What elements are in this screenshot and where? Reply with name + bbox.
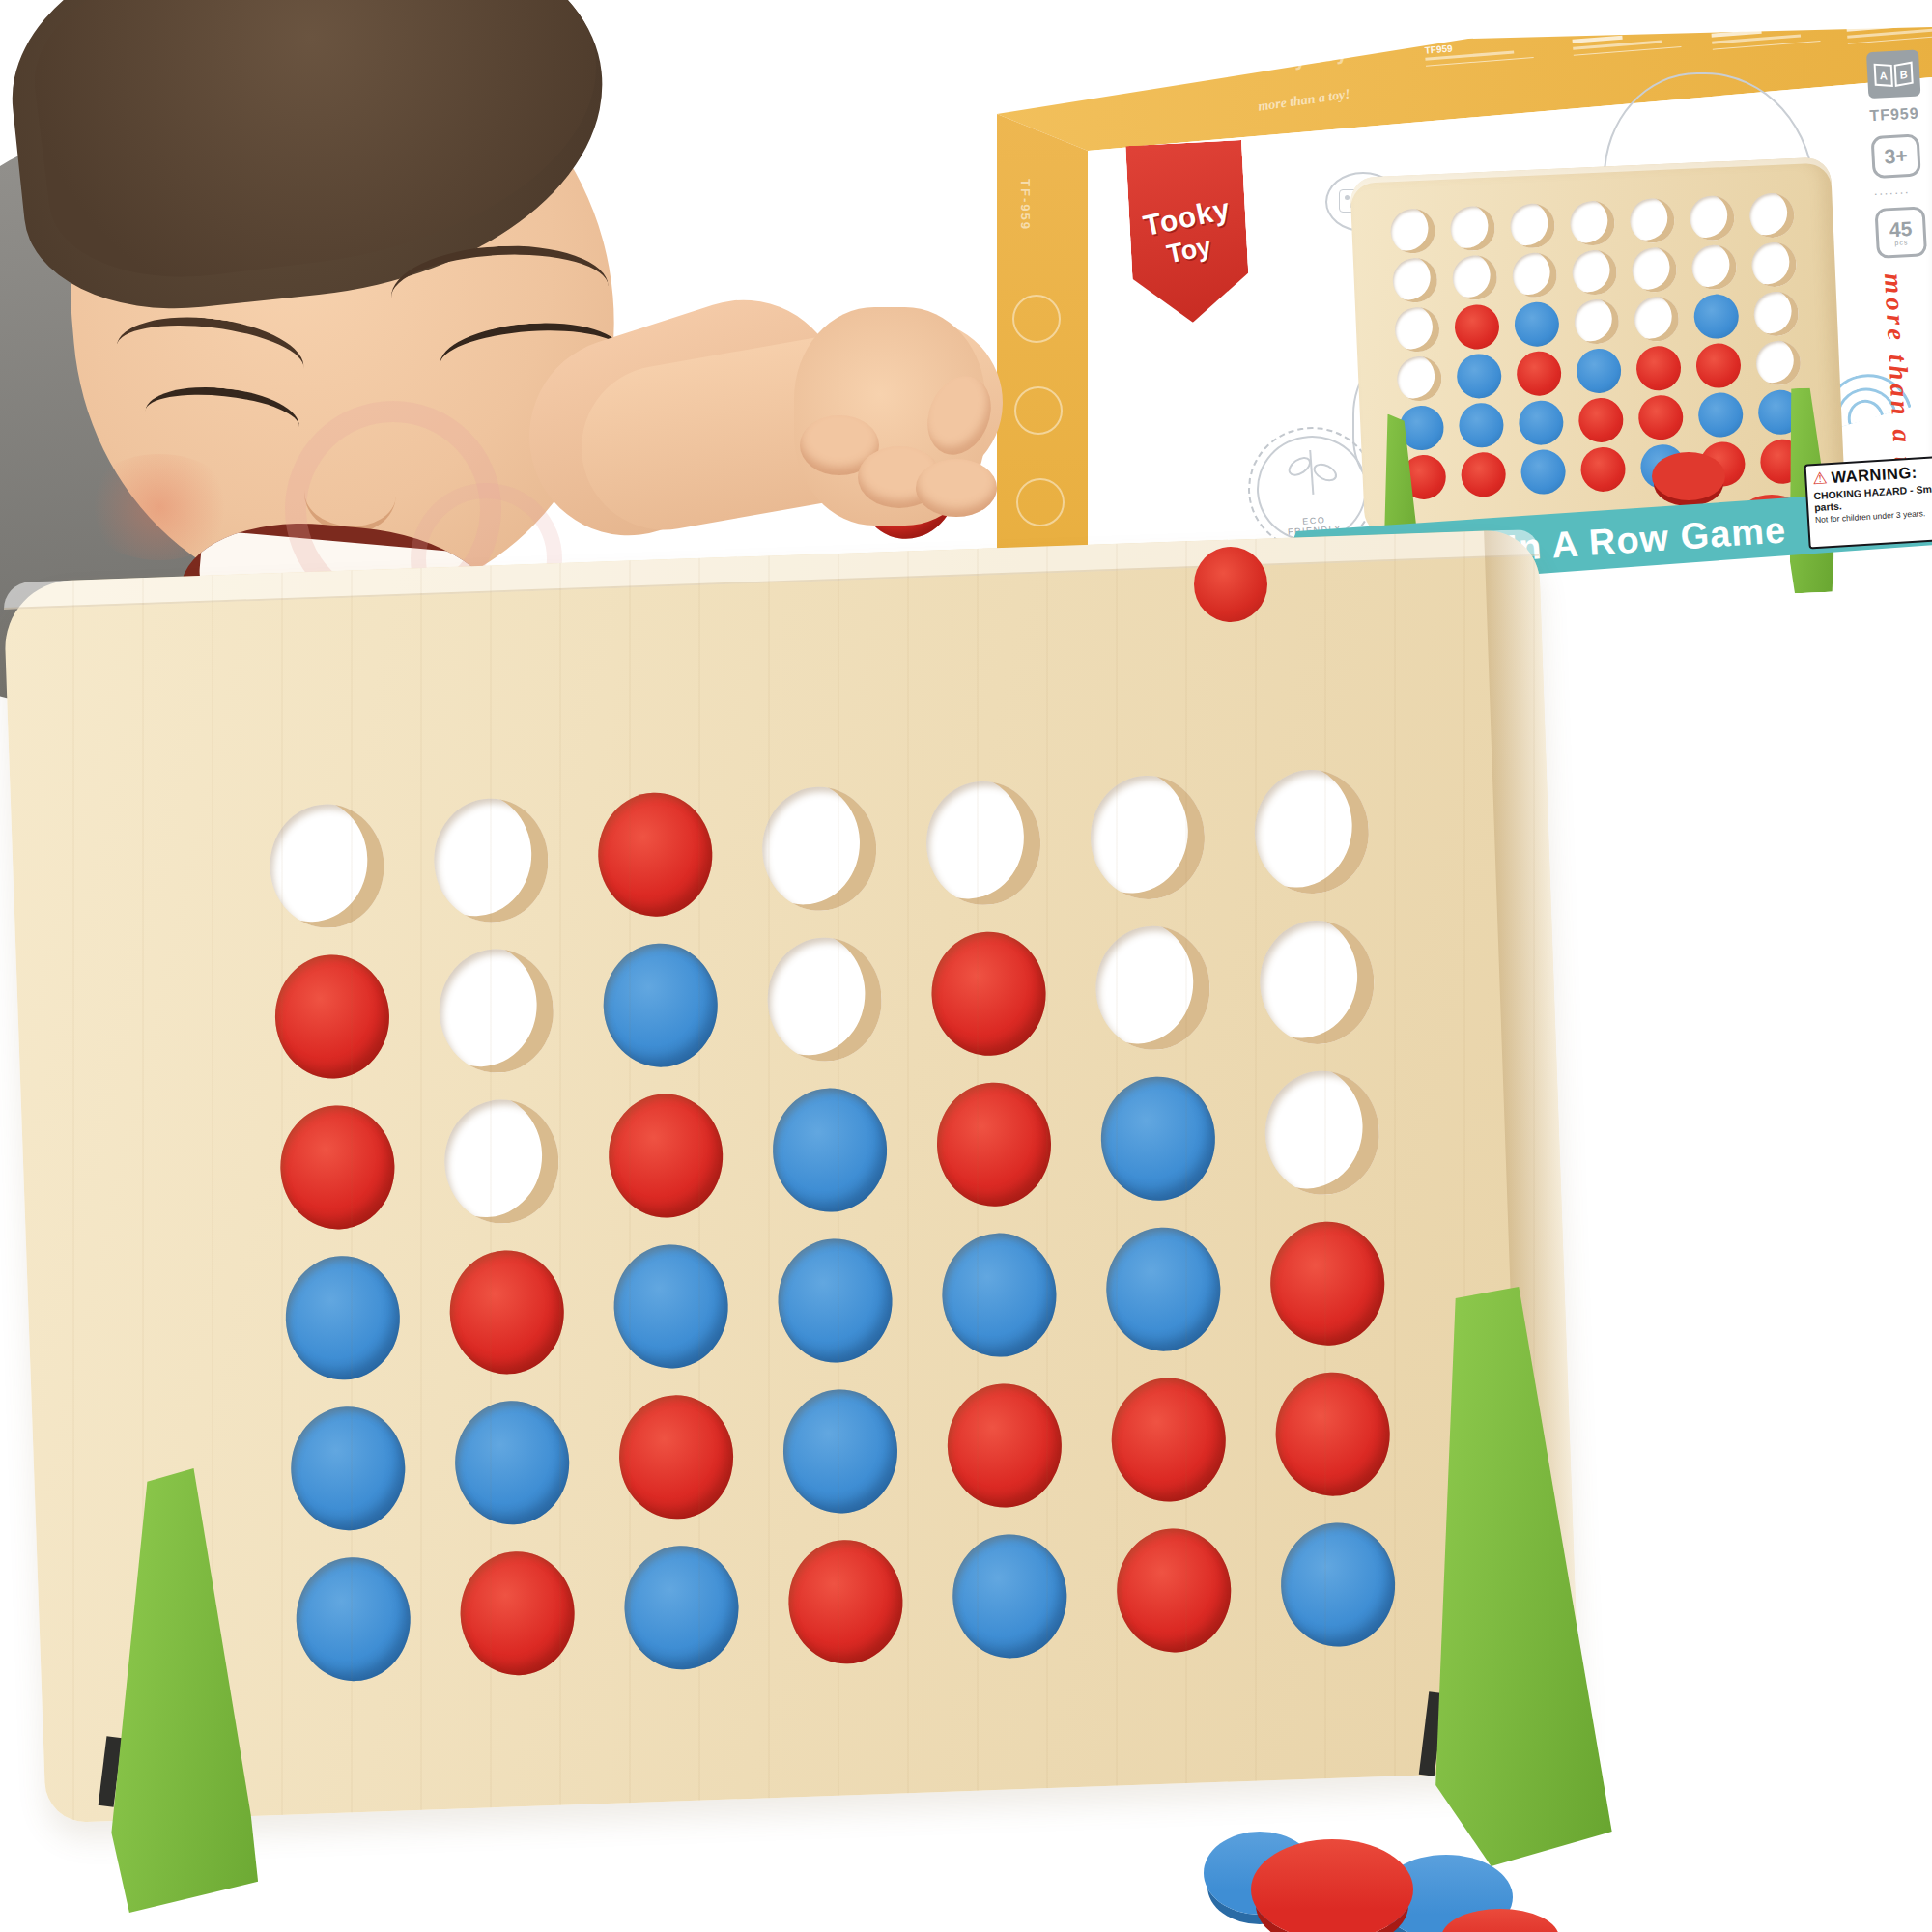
child-knuckle <box>916 459 997 517</box>
board-hole-r1c7-empty <box>1253 768 1371 895</box>
board-hole-r5c1-blue <box>289 1405 407 1532</box>
box-board-hole-r2c2-empty <box>1452 254 1498 300</box>
box-board-hole-r4c3-red <box>1516 350 1562 396</box>
board-cell-r4c5 <box>915 1217 1084 1374</box>
board-cell-r1c7 <box>1227 753 1396 910</box>
pieces-count: 45 <box>1889 219 1912 240</box>
box-board-hole-r4c2-blue <box>1456 353 1502 399</box>
box-board-hole-r1c6-empty <box>1689 194 1735 241</box>
box-board-hole-r3c2-red <box>1454 303 1500 350</box>
box-board-cell-r2c5 <box>1623 243 1685 296</box>
board-hole-r3c5-red <box>935 1081 1053 1208</box>
box-board-cell-r1c1 <box>1381 205 1443 257</box>
box-board-hole-r1c1-empty <box>1390 208 1436 254</box>
box-board-hole-r5c6-blue <box>1697 391 1744 438</box>
box-board-hole-r2c1-empty <box>1392 257 1438 303</box>
board-cell-r4c3 <box>586 1229 755 1385</box>
board-cell-r2c5 <box>904 916 1073 1072</box>
cube-letter-b: B <box>1894 61 1914 86</box>
board-hole-r3c2-empty <box>442 1097 560 1225</box>
box-board-cell-r3c4 <box>1566 296 1628 348</box>
board-cell-r2c3 <box>576 927 745 1084</box>
board-hole-r6c4-red <box>786 1538 904 1665</box>
board-hole-r6c3-blue <box>622 1544 740 1671</box>
board-hole-r1c4-empty <box>760 785 878 913</box>
age-badge: 3+ <box>1871 133 1921 179</box>
board-hole-r3c3-red <box>607 1093 724 1220</box>
box-board-hole-r4c7-empty <box>1755 339 1802 385</box>
box-board-cell-r4c2 <box>1448 350 1510 402</box>
box-board-hole-r5c3-blue <box>1518 399 1564 445</box>
box-board-hole-r5c4-red <box>1577 396 1624 442</box>
box-board-cell-r3c1 <box>1386 303 1448 355</box>
board-cell-r2c2 <box>412 933 581 1090</box>
board-cell-r6c5 <box>925 1518 1094 1674</box>
box-board-cell-r5c5 <box>1630 391 1691 443</box>
box-board-cell-r4c6 <box>1688 339 1749 391</box>
connect-four-grid <box>242 753 1423 1697</box>
box-board-cell-r5c6 <box>1690 388 1751 440</box>
board-cell-r1c5 <box>898 765 1067 922</box>
board-hole-r1c6-empty <box>1089 774 1207 901</box>
dotted-separator: ······· <box>1873 185 1910 201</box>
box-board-hole-r2c4-empty <box>1572 249 1618 296</box>
board-hole-r4c7-red <box>1268 1220 1386 1348</box>
box-board-cell-r1c2 <box>1441 202 1503 254</box>
board-cell-r5c6 <box>1084 1362 1253 1519</box>
box-board-hole-r6c4-red <box>1580 445 1627 492</box>
board-cell-r3c3 <box>582 1078 751 1235</box>
box-board-hole-r3c6-blue <box>1693 293 1740 339</box>
pieces-badge: 45 pcs <box>1874 206 1927 259</box>
connect-four-board <box>3 529 1581 1824</box>
board-cell-r4c2 <box>422 1234 591 1390</box>
board-cell-r6c6 <box>1090 1513 1259 1669</box>
board-hole-r6c5-blue <box>951 1532 1068 1660</box>
box-board-cell-r5c3 <box>1510 396 1572 448</box>
box-board-cell-r4c4 <box>1568 345 1630 397</box>
box-board-cell-r2c4 <box>1564 246 1626 298</box>
box-board-hole-r4c5-red <box>1635 345 1682 391</box>
board-cell-r4c4 <box>751 1223 920 1379</box>
box-board-cell-r6c4 <box>1572 443 1634 496</box>
board-hole-r4c1-blue <box>284 1254 402 1381</box>
board-hole-r4c5-blue <box>940 1232 1058 1359</box>
board-cell-r4c1 <box>258 1239 427 1396</box>
board-hole-r1c3-red <box>596 791 714 919</box>
box-board-cell-r6c2 <box>1453 448 1515 500</box>
board-hole-r1c1-empty <box>268 803 385 930</box>
box-board-cell-r1c3 <box>1501 199 1563 251</box>
board-cell-r6c2 <box>433 1535 602 1691</box>
alphabet-block-icon: A B <box>1866 49 1920 99</box>
board-cell-r5c3 <box>591 1378 760 1535</box>
board-cell-r1c6 <box>1063 759 1232 916</box>
box-board-cell-r2c3 <box>1504 248 1566 300</box>
box-board-cell-r2c6 <box>1683 241 1745 293</box>
board-hole-r6c2-red <box>458 1549 576 1677</box>
board-hole-r6c1-blue <box>295 1555 412 1683</box>
board-hole-r2c6-empty <box>1094 924 1211 1052</box>
board-hole-r2c4-empty <box>765 936 883 1064</box>
box-board-cell-r3c7 <box>1746 288 1807 340</box>
box-board-hole-r4c1-empty <box>1396 355 1442 402</box>
board-hole-r1c2-empty <box>432 797 550 924</box>
box-board-cell-r3c5 <box>1626 293 1688 345</box>
choking-warning-box: ⚠ WARNING: CHOKING HAZARD - Small parts.… <box>1804 455 1932 549</box>
board-hole-r6c7-blue <box>1279 1521 1397 1649</box>
board-cell-r1c2 <box>407 782 576 939</box>
box-board-hole-r6c2-red <box>1461 451 1507 497</box>
box-board-hole-r2c7-empty <box>1750 241 1797 287</box>
board-hole-r5c2-blue <box>453 1399 571 1526</box>
board-cell-r1c3 <box>571 777 740 933</box>
board-cell-r2c1 <box>247 939 416 1095</box>
board-cell-r4c6 <box>1079 1211 1248 1368</box>
board-cell-r6c3 <box>597 1529 766 1686</box>
box-board-cell-r3c3 <box>1506 298 1568 350</box>
box-board-cell-r4c5 <box>1628 342 1690 394</box>
box-board-hole-r3c5-empty <box>1634 296 1680 342</box>
board-hole-r2c5-red <box>929 930 1047 1058</box>
board-hole-r5c7-red <box>1273 1371 1391 1498</box>
board-hole-r4c6-blue <box>1104 1226 1222 1353</box>
warning-triangle-icon: ⚠ <box>1812 469 1828 487</box>
loose-red-disc <box>1251 1839 1413 1932</box>
board-cell-r5c2 <box>428 1384 597 1541</box>
sku-code: TF959 <box>1869 104 1919 125</box>
brand-name-line1: Tooky <box>1141 191 1234 241</box>
board-cell-r3c7 <box>1237 1055 1406 1211</box>
box-board-hole-r2c5-empty <box>1632 246 1678 293</box>
cube-letter-a: A <box>1874 63 1893 86</box>
box-board-hole-r1c4-empty <box>1569 200 1615 246</box>
box-board-hole-r2c3-empty <box>1512 251 1558 298</box>
box-board-hole-r5c5-red <box>1637 394 1684 440</box>
board-hole-r3c4-blue <box>771 1087 889 1214</box>
board-cell-r6c7 <box>1253 1507 1422 1663</box>
board-hole-r5c3-red <box>617 1393 735 1520</box>
box-board-hole-r4c4-blue <box>1576 347 1622 393</box>
box-board-hole-r1c2-empty <box>1450 205 1496 251</box>
board-cell-r2c4 <box>740 922 909 1078</box>
board-cell-r4c7 <box>1243 1206 1412 1362</box>
board-hole-r1c5-empty <box>924 780 1042 907</box>
box-board-hole-r6c3-blue <box>1520 448 1567 495</box>
board-hole-r3c7-empty <box>1264 1069 1381 1197</box>
board-hole-r3c1-red <box>278 1103 396 1231</box>
board-cell-r1c4 <box>735 771 904 927</box>
box-board-hole-r2c6-empty <box>1691 243 1738 290</box>
board-hole-r5c4-blue <box>781 1387 899 1515</box>
board-hole-r2c2-empty <box>438 948 555 1075</box>
box-mini-board <box>1350 156 1846 536</box>
board-cell-r2c6 <box>1068 910 1237 1066</box>
box-board-cell-r1c7 <box>1741 189 1803 241</box>
board-hole-r4c3-blue <box>611 1242 729 1370</box>
board-stand-right <box>1428 1287 1626 1866</box>
board-cell-r3c5 <box>909 1066 1078 1223</box>
board-hole-r2c7-empty <box>1258 919 1376 1046</box>
box-board-cell-r1c4 <box>1561 197 1623 249</box>
box-board-cell-r2c1 <box>1384 254 1446 306</box>
board-hole-r5c6-red <box>1110 1377 1228 1504</box>
board-hole-r4c2-red <box>448 1248 566 1376</box>
box-board-hole-r5c2-blue <box>1458 402 1504 448</box>
box-board-cell-r3c2 <box>1446 300 1508 353</box>
box-board-cell-r2c2 <box>1444 251 1506 303</box>
board-hole-r2c1-red <box>273 952 391 1080</box>
box-mini-board-grid <box>1381 189 1813 503</box>
board-cell-r3c6 <box>1073 1061 1242 1217</box>
board-cell-r5c1 <box>264 1390 433 1547</box>
box-board-hole-r3c4-empty <box>1574 298 1620 345</box>
box-board-cell-r4c7 <box>1747 337 1809 389</box>
box-board-cell-r1c5 <box>1621 194 1683 246</box>
box-board-cell-r6c3 <box>1512 445 1574 497</box>
board-hole-r3c6-blue <box>1099 1075 1217 1203</box>
box-board-hole-r3c7-empty <box>1753 290 1800 336</box>
red-disc-on-board-edge <box>1194 547 1267 622</box>
board-hole-r4c4-blue <box>776 1237 894 1365</box>
box-board-hole-r3c1-empty <box>1394 306 1440 353</box>
pieces-unit: pcs <box>1894 239 1908 246</box>
box-board-hole-r1c7-empty <box>1748 192 1795 239</box>
box-board-cell-r3c6 <box>1686 290 1747 342</box>
box-board-hole-r1c3-empty <box>1509 202 1555 248</box>
board-cell-r3c2 <box>417 1084 586 1240</box>
box-board-hole-r1c5-empty <box>1629 197 1675 243</box>
board-hole-r6c6-red <box>1115 1526 1233 1654</box>
box-board-hole-r3c3-blue <box>1514 300 1560 347</box>
box-loose-red-disc <box>1652 452 1725 500</box>
board-cell-r2c7 <box>1233 904 1402 1061</box>
board-cell-r5c7 <box>1248 1356 1417 1513</box>
box-board-hole-r4c6-red <box>1695 342 1742 388</box>
box-board-cell-r4c1 <box>1388 353 1450 405</box>
board-cell-r6c1 <box>269 1541 438 1697</box>
board-hole-r2c3-blue <box>602 942 720 1069</box>
box-board-cell-r5c2 <box>1450 399 1512 451</box>
board-cell-r1c1 <box>242 788 412 945</box>
board-cell-r5c4 <box>755 1374 924 1530</box>
box-board-cell-r2c7 <box>1743 239 1804 291</box>
board-cell-r5c5 <box>920 1368 1089 1524</box>
board-hole-r5c5-red <box>946 1381 1064 1509</box>
box-board-cell-r1c6 <box>1681 191 1743 243</box>
board-cell-r6c4 <box>761 1523 930 1680</box>
box-board-cell-r5c4 <box>1570 394 1632 446</box>
board-cell-r3c1 <box>253 1089 422 1245</box>
box-board-cell-r4c3 <box>1508 347 1570 399</box>
board-cell-r3c4 <box>745 1072 914 1229</box>
